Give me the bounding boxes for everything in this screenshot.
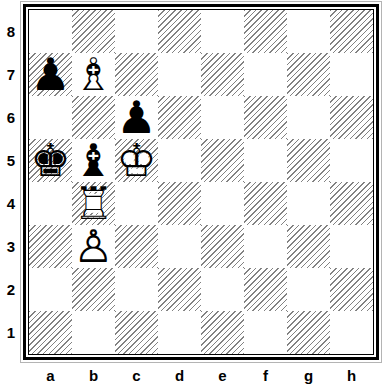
square-b1[interactable] bbox=[72, 311, 115, 354]
rank-label-1: 1 bbox=[0, 311, 20, 354]
square-b3[interactable]: ♟♙ bbox=[72, 225, 115, 268]
square-f7[interactable] bbox=[244, 53, 287, 96]
square-f3[interactable] bbox=[244, 225, 287, 268]
file-labels: abcdefgh bbox=[29, 364, 386, 388]
piece-wK-c5[interactable]: ♔ bbox=[115, 139, 158, 182]
square-e7[interactable] bbox=[201, 53, 244, 96]
square-a6[interactable] bbox=[29, 96, 72, 139]
square-f2[interactable] bbox=[244, 268, 287, 311]
board-border: ♟♝♗♟♚♝♚♔♜♖♟♙ bbox=[23, 4, 379, 360]
square-f6[interactable] bbox=[244, 96, 287, 139]
file-label-d: d bbox=[158, 367, 201, 388]
rank-label-4: 4 bbox=[0, 182, 20, 225]
square-d1[interactable] bbox=[158, 311, 201, 354]
piece-wB-b7[interactable]: ♗ bbox=[72, 53, 115, 96]
square-a2[interactable] bbox=[29, 268, 72, 311]
square-f8[interactable] bbox=[244, 10, 287, 53]
square-a8[interactable] bbox=[29, 10, 72, 53]
file-label-b: b bbox=[72, 367, 115, 388]
square-h8[interactable] bbox=[330, 10, 373, 53]
square-c3[interactable] bbox=[115, 225, 158, 268]
square-h3[interactable] bbox=[330, 225, 373, 268]
file-label-h: h bbox=[330, 367, 373, 388]
square-e2[interactable] bbox=[201, 268, 244, 311]
square-a1[interactable] bbox=[29, 311, 72, 354]
square-b4[interactable]: ♜♖ bbox=[72, 182, 115, 225]
piece-bB-b5[interactable]: ♝ bbox=[72, 139, 115, 182]
piece-bP-a7[interactable]: ♟ bbox=[29, 53, 72, 96]
square-c1[interactable] bbox=[115, 311, 158, 354]
square-f1[interactable] bbox=[244, 311, 287, 354]
square-c7[interactable] bbox=[115, 53, 158, 96]
square-g4[interactable] bbox=[287, 182, 330, 225]
square-h5[interactable] bbox=[330, 139, 373, 182]
square-f4[interactable] bbox=[244, 182, 287, 225]
square-d5[interactable] bbox=[158, 139, 201, 182]
square-h1[interactable] bbox=[330, 311, 373, 354]
piece-bK-a5[interactable]: ♚ bbox=[29, 139, 72, 182]
square-g6[interactable] bbox=[287, 96, 330, 139]
rank-label-6: 6 bbox=[0, 96, 20, 139]
square-d7[interactable] bbox=[158, 53, 201, 96]
square-d8[interactable] bbox=[158, 10, 201, 53]
gutter-corner bbox=[0, 364, 20, 388]
rank-label-3: 3 bbox=[0, 225, 20, 268]
square-g8[interactable] bbox=[287, 10, 330, 53]
rank-label-8: 8 bbox=[0, 10, 20, 53]
file-label-g: g bbox=[287, 367, 330, 388]
square-d3[interactable] bbox=[158, 225, 201, 268]
square-e4[interactable] bbox=[201, 182, 244, 225]
square-d2[interactable] bbox=[158, 268, 201, 311]
square-h2[interactable] bbox=[330, 268, 373, 311]
square-e5[interactable] bbox=[201, 139, 244, 182]
square-c5[interactable]: ♚♔ bbox=[115, 139, 158, 182]
square-g5[interactable] bbox=[287, 139, 330, 182]
square-c4[interactable] bbox=[115, 182, 158, 225]
square-c6[interactable]: ♟ bbox=[115, 96, 158, 139]
chess-diagram: 87654321 ♟♝♗♟♚♝♚♔♜♖♟♙ abcdefgh bbox=[0, 0, 386, 388]
rank-label-7: 7 bbox=[0, 53, 20, 96]
piece-wP-b3[interactable]: ♙ bbox=[72, 225, 115, 268]
square-b5[interactable]: ♝ bbox=[72, 139, 115, 182]
square-e3[interactable] bbox=[201, 225, 244, 268]
square-a4[interactable] bbox=[29, 182, 72, 225]
square-b2[interactable] bbox=[72, 268, 115, 311]
file-label-e: e bbox=[201, 367, 244, 388]
square-a7[interactable]: ♟ bbox=[29, 53, 72, 96]
rank-label-5: 5 bbox=[0, 139, 20, 182]
square-a3[interactable] bbox=[29, 225, 72, 268]
square-g1[interactable] bbox=[287, 311, 330, 354]
square-d6[interactable] bbox=[158, 96, 201, 139]
square-f5[interactable] bbox=[244, 139, 287, 182]
piece-wR-b4[interactable]: ♖ bbox=[72, 182, 115, 225]
square-d4[interactable] bbox=[158, 182, 201, 225]
square-e1[interactable] bbox=[201, 311, 244, 354]
square-c2[interactable] bbox=[115, 268, 158, 311]
file-label-f: f bbox=[244, 367, 287, 388]
square-e8[interactable] bbox=[201, 10, 244, 53]
square-e6[interactable] bbox=[201, 96, 244, 139]
rank-labels: 87654321 bbox=[0, 1, 20, 364]
board-frame: ♟♝♗♟♚♝♚♔♜♖♟♙ bbox=[20, 1, 382, 363]
square-g3[interactable] bbox=[287, 225, 330, 268]
rank-label-2: 2 bbox=[0, 268, 20, 311]
square-g2[interactable] bbox=[287, 268, 330, 311]
square-c8[interactable] bbox=[115, 10, 158, 53]
square-h7[interactable] bbox=[330, 53, 373, 96]
chess-board: ♟♝♗♟♚♝♚♔♜♖♟♙ bbox=[29, 10, 373, 354]
square-h4[interactable] bbox=[330, 182, 373, 225]
square-g7[interactable] bbox=[287, 53, 330, 96]
piece-bP-c6[interactable]: ♟ bbox=[115, 96, 158, 139]
square-b8[interactable] bbox=[72, 10, 115, 53]
square-a5[interactable]: ♚ bbox=[29, 139, 72, 182]
square-b6[interactable] bbox=[72, 96, 115, 139]
file-label-a: a bbox=[29, 367, 72, 388]
square-b7[interactable]: ♝♗ bbox=[72, 53, 115, 96]
file-label-c: c bbox=[115, 367, 158, 388]
square-h6[interactable] bbox=[330, 96, 373, 139]
board-inner-border: ♟♝♗♟♚♝♚♔♜♖♟♙ bbox=[28, 9, 374, 355]
